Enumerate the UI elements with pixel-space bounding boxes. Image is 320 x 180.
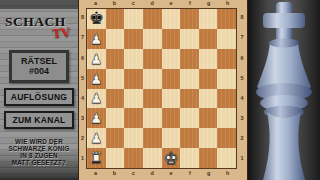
question-line: MATT GESETZT? — [0, 159, 78, 166]
square-b2[interactable] — [106, 128, 125, 148]
square-e8[interactable] — [162, 9, 181, 29]
square-e7[interactable] — [162, 29, 181, 49]
white-pawn[interactable]: ♟ — [90, 131, 103, 145]
board-squares: ♚♟♟♟♟♟♟♜♚ — [86, 8, 237, 169]
square-h5[interactable] — [217, 69, 236, 89]
square-g7[interactable] — [199, 29, 218, 49]
white-pawn[interactable]: ♟ — [90, 72, 103, 86]
square-f8[interactable] — [180, 9, 199, 29]
puzzle-number: #004 — [12, 66, 66, 76]
chess-king-3d-icon — [248, 0, 320, 180]
coord-label: 5 — [81, 68, 84, 88]
square-b1[interactable] — [106, 148, 125, 168]
square-e5[interactable] — [162, 69, 181, 89]
square-a1[interactable]: ♜ — [87, 148, 106, 168]
coord-label: 4 — [240, 89, 243, 109]
square-g5[interactable] — [199, 69, 218, 89]
white-rook[interactable]: ♜ — [90, 151, 103, 166]
square-a2[interactable]: ♟ — [87, 128, 106, 148]
coord-label: h — [218, 1, 237, 7]
coord-label: c — [124, 171, 143, 177]
coord-label: 6 — [240, 48, 243, 68]
square-c8[interactable] — [124, 9, 143, 29]
square-h4[interactable] — [217, 89, 236, 109]
square-b7[interactable] — [106, 29, 125, 49]
square-d1[interactable] — [143, 148, 162, 168]
coord-label: a — [86, 1, 105, 7]
channel-button[interactable]: ZUM KANAL — [4, 111, 74, 129]
question-line: WIE WIRD DER — [0, 138, 78, 145]
coord-label: d — [143, 171, 162, 177]
square-g6[interactable] — [199, 49, 218, 69]
square-d6[interactable] — [143, 49, 162, 69]
coord-label: 5 — [240, 68, 243, 88]
channel-logo: SCHACH TV — [0, 8, 78, 44]
square-g1[interactable] — [199, 148, 218, 168]
square-d2[interactable] — [143, 128, 162, 148]
square-d5[interactable] — [143, 69, 162, 89]
square-e1[interactable]: ♚ — [162, 148, 181, 168]
square-e4[interactable] — [162, 89, 181, 109]
coord-label: c — [124, 1, 143, 7]
square-g8[interactable] — [199, 9, 218, 29]
coord-label: 3 — [81, 109, 84, 129]
coord-label: 2 — [240, 129, 243, 149]
coord-label: h — [218, 171, 237, 177]
white-pawn[interactable]: ♟ — [90, 111, 103, 125]
puzzle-label: RÄTSEL — [12, 56, 66, 66]
coord-label: d — [143, 1, 162, 7]
square-h6[interactable] — [217, 49, 236, 69]
square-b3[interactable] — [106, 108, 125, 128]
right-panel — [248, 0, 320, 180]
square-c1[interactable] — [124, 148, 143, 168]
square-b8[interactable] — [106, 9, 125, 29]
square-b4[interactable] — [106, 89, 125, 109]
square-a4[interactable]: ♟ — [87, 89, 106, 109]
square-d4[interactable] — [143, 89, 162, 109]
square-g2[interactable] — [199, 128, 218, 148]
square-a5[interactable]: ♟ — [87, 69, 106, 89]
logo-tv-text: TV — [51, 24, 71, 42]
coord-label: e — [162, 171, 181, 177]
file-labels-top: abcdefgh — [86, 0, 237, 8]
video-thumbnail: SCHACH TV RÄTSEL #004 AUFLÖSUNG ZUM KANA… — [0, 0, 320, 180]
file-labels-bottom: abcdefgh — [86, 169, 237, 180]
square-c7[interactable] — [124, 29, 143, 49]
puzzle-number-box: RÄTSEL #004 — [9, 50, 69, 83]
square-c3[interactable] — [124, 108, 143, 128]
question-line: SCHWARZE KÖNIG — [0, 145, 78, 152]
square-f1[interactable] — [180, 148, 199, 168]
square-c2[interactable] — [124, 128, 143, 148]
white-pawn[interactable]: ♟ — [90, 52, 103, 66]
coord-label: b — [105, 171, 124, 177]
coord-label: 1 — [240, 149, 243, 169]
question-line: IN 8 ZÜGEN — [0, 152, 78, 159]
square-a3[interactable]: ♟ — [87, 108, 106, 128]
square-d7[interactable] — [143, 29, 162, 49]
coord-label: a — [86, 171, 105, 177]
square-c5[interactable] — [124, 69, 143, 89]
square-b5[interactable] — [106, 69, 125, 89]
coord-label: 3 — [240, 109, 243, 129]
square-f4[interactable] — [180, 89, 199, 109]
coord-label: g — [199, 1, 218, 7]
square-e2[interactable] — [162, 128, 181, 148]
square-a6[interactable]: ♟ — [87, 49, 106, 69]
square-f5[interactable] — [180, 69, 199, 89]
coord-label: 2 — [81, 129, 84, 149]
square-h2[interactable] — [217, 128, 236, 148]
coord-label: 8 — [81, 8, 84, 28]
black-king[interactable]: ♚ — [89, 10, 104, 27]
coord-label: f — [180, 171, 199, 177]
coord-label: g — [199, 171, 218, 177]
sidebar: SCHACH TV RÄTSEL #004 AUFLÖSUNG ZUM KANA… — [0, 0, 78, 180]
square-f2[interactable] — [180, 128, 199, 148]
square-g3[interactable] — [199, 108, 218, 128]
white-pawn[interactable]: ♟ — [90, 32, 103, 46]
coord-label: 6 — [81, 48, 84, 68]
square-h1[interactable] — [217, 148, 236, 168]
coord-label: b — [105, 1, 124, 7]
coord-label: 4 — [81, 89, 84, 109]
rank-labels-left: 87654321 — [79, 8, 86, 169]
square-h7[interactable] — [217, 29, 236, 49]
square-d8[interactable] — [143, 9, 162, 29]
coord-label: 7 — [81, 28, 84, 48]
square-e6[interactable] — [162, 49, 181, 69]
coord-label: e — [162, 1, 181, 7]
square-a7[interactable]: ♟ — [87, 29, 106, 49]
square-h8[interactable] — [217, 9, 236, 29]
square-a8[interactable]: ♚ — [87, 9, 106, 29]
coord-label: 7 — [240, 28, 243, 48]
coord-label: 8 — [240, 8, 243, 28]
rank-labels-right: 87654321 — [237, 8, 247, 169]
square-b6[interactable] — [106, 49, 125, 69]
square-f3[interactable] — [180, 108, 199, 128]
square-h3[interactable] — [217, 108, 236, 128]
square-e3[interactable] — [162, 108, 181, 128]
solution-button[interactable]: AUFLÖSUNG — [4, 88, 74, 106]
square-g4[interactable] — [199, 89, 218, 109]
coord-label: f — [180, 1, 199, 7]
chess-board: abcdefgh abcdefgh 87654321 87654321 ♚♟♟♟… — [78, 0, 248, 180]
white-king[interactable]: ♚ — [163, 150, 178, 167]
square-f6[interactable] — [180, 49, 199, 69]
puzzle-question: WIE WIRD DER SCHWARZE KÖNIG IN 8 ZÜGEN M… — [0, 138, 78, 166]
square-c4[interactable] — [124, 89, 143, 109]
white-pawn[interactable]: ♟ — [90, 91, 103, 105]
square-c6[interactable] — [124, 49, 143, 69]
coord-label: 1 — [81, 149, 84, 169]
square-d3[interactable] — [143, 108, 162, 128]
square-f7[interactable] — [180, 29, 199, 49]
